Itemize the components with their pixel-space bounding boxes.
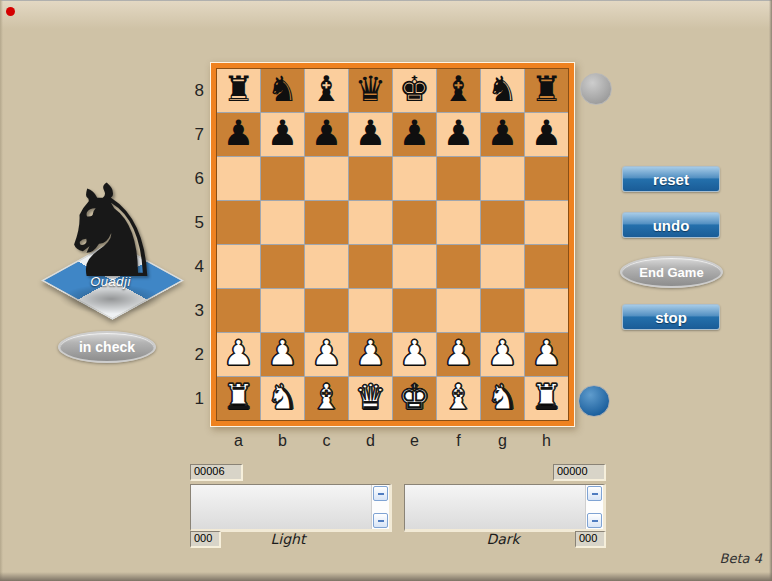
square-c6[interactable] bbox=[305, 157, 348, 200]
scroll-down-button[interactable] bbox=[587, 513, 602, 528]
red-marker-dot bbox=[6, 7, 15, 16]
square-h3[interactable] bbox=[525, 289, 568, 332]
square-e8[interactable]: ♚ bbox=[393, 69, 436, 112]
square-e7[interactable]: ♟ bbox=[393, 113, 436, 156]
reset-button[interactable]: reset bbox=[622, 166, 720, 192]
square-e1[interactable]: ♚ bbox=[393, 377, 436, 420]
dark-moves-scrollbar[interactable] bbox=[585, 485, 603, 529]
beta-version-label: Beta 4 bbox=[690, 551, 762, 566]
square-d4[interactable] bbox=[349, 245, 392, 288]
black-pawn: ♟ bbox=[267, 116, 298, 151]
square-d1[interactable]: ♛ bbox=[349, 377, 392, 420]
white-pawn: ♟ bbox=[399, 336, 430, 371]
square-c7[interactable]: ♟ bbox=[305, 113, 348, 156]
light-label: Light bbox=[238, 531, 338, 547]
app-window: ♞ Ouadji in check 87654321 ♜♞♝♛♚♝♞♜♟♟♟♟♟… bbox=[0, 0, 772, 581]
scroll-up-button[interactable] bbox=[373, 486, 388, 501]
board-frame: ♜♞♝♛♚♝♞♜♟♟♟♟♟♟♟♟♟♟♟♟♟♟♟♟♜♞♝♛♚♝♞♜ bbox=[210, 62, 575, 427]
square-f5[interactable] bbox=[437, 201, 480, 244]
square-d2[interactable]: ♟ bbox=[349, 333, 392, 376]
file-labels: abcdefgh bbox=[217, 431, 568, 451]
square-b6[interactable] bbox=[261, 157, 304, 200]
rank-label-6: 6 bbox=[182, 157, 204, 200]
black-rook: ♜ bbox=[531, 72, 562, 107]
square-b4[interactable] bbox=[261, 245, 304, 288]
black-knight: ♞ bbox=[487, 72, 518, 107]
scroll-up-button[interactable] bbox=[587, 486, 602, 501]
dark-counter-field[interactable]: 00000 bbox=[553, 464, 606, 481]
square-g3[interactable] bbox=[481, 289, 524, 332]
square-h1[interactable]: ♜ bbox=[525, 377, 568, 420]
white-pawn: ♟ bbox=[487, 336, 518, 371]
file-label-e: e bbox=[393, 431, 436, 451]
file-label-c: c bbox=[305, 431, 348, 451]
file-label-g: g bbox=[481, 431, 524, 451]
board-grid: ♜♞♝♛♚♝♞♜♟♟♟♟♟♟♟♟♟♟♟♟♟♟♟♟♜♞♝♛♚♝♞♜ bbox=[217, 69, 568, 420]
square-a4[interactable] bbox=[217, 245, 260, 288]
square-b3[interactable] bbox=[261, 289, 304, 332]
black-pawn: ♟ bbox=[311, 116, 342, 151]
square-f6[interactable] bbox=[437, 157, 480, 200]
black-pawn: ♟ bbox=[399, 116, 430, 151]
white-pawn: ♟ bbox=[223, 336, 254, 371]
window-top-highlight bbox=[0, 0, 772, 29]
square-h4[interactable] bbox=[525, 245, 568, 288]
square-e5[interactable] bbox=[393, 201, 436, 244]
file-label-a: a bbox=[217, 431, 260, 451]
white-rook: ♜ bbox=[223, 380, 254, 415]
app-logo: ♞ Ouadji bbox=[38, 192, 183, 327]
end-game-button[interactable]: End Game bbox=[620, 256, 723, 288]
square-a8[interactable]: ♜ bbox=[217, 69, 260, 112]
scroll-up-icon bbox=[378, 493, 384, 495]
square-c1[interactable]: ♝ bbox=[305, 377, 348, 420]
square-g4[interactable] bbox=[481, 245, 524, 288]
window-left-edge bbox=[0, 0, 3, 581]
black-pawn: ♟ bbox=[355, 116, 386, 151]
light-counter-field[interactable]: 00006 bbox=[190, 464, 243, 481]
light-score-field[interactable]: 000 bbox=[190, 531, 221, 548]
white-king: ♚ bbox=[399, 380, 430, 415]
rank-label-5: 5 bbox=[182, 201, 204, 244]
square-a3[interactable] bbox=[217, 289, 260, 332]
square-g1[interactable]: ♞ bbox=[481, 377, 524, 420]
brand-label: Ouadji bbox=[38, 274, 183, 289]
light-moves-scrollbar[interactable] bbox=[371, 485, 389, 529]
square-c3[interactable] bbox=[305, 289, 348, 332]
square-f8[interactable]: ♝ bbox=[437, 69, 480, 112]
white-bishop: ♝ bbox=[443, 380, 474, 415]
white-knight: ♞ bbox=[267, 380, 298, 415]
black-rook: ♜ bbox=[223, 72, 254, 107]
white-pawn: ♟ bbox=[311, 336, 342, 371]
square-g6[interactable] bbox=[481, 157, 524, 200]
white-pawn: ♟ bbox=[267, 336, 298, 371]
in-check-button[interactable]: in check bbox=[58, 331, 156, 363]
rank-label-2: 2 bbox=[182, 333, 204, 376]
square-g8[interactable]: ♞ bbox=[481, 69, 524, 112]
square-b8[interactable]: ♞ bbox=[261, 69, 304, 112]
undo-button[interactable]: undo bbox=[622, 212, 720, 238]
square-g7[interactable]: ♟ bbox=[481, 113, 524, 156]
square-e2[interactable]: ♟ bbox=[393, 333, 436, 376]
square-b1[interactable]: ♞ bbox=[261, 377, 304, 420]
square-a6[interactable] bbox=[217, 157, 260, 200]
black-pawn: ♟ bbox=[487, 116, 518, 151]
square-d5[interactable] bbox=[349, 201, 392, 244]
dark-moves-list[interactable] bbox=[404, 484, 606, 532]
square-c2[interactable]: ♟ bbox=[305, 333, 348, 376]
white-rook: ♜ bbox=[531, 380, 562, 415]
white-bishop: ♝ bbox=[311, 380, 342, 415]
square-f3[interactable] bbox=[437, 289, 480, 332]
black-knight: ♞ bbox=[267, 72, 298, 107]
square-c8[interactable]: ♝ bbox=[305, 69, 348, 112]
square-c4[interactable] bbox=[305, 245, 348, 288]
square-g2[interactable]: ♟ bbox=[481, 333, 524, 376]
square-a5[interactable] bbox=[217, 201, 260, 244]
square-b5[interactable] bbox=[261, 201, 304, 244]
square-e3[interactable] bbox=[393, 289, 436, 332]
window-bottom-edge bbox=[0, 572, 772, 581]
black-pawn: ♟ bbox=[223, 116, 254, 151]
white-pawn: ♟ bbox=[443, 336, 474, 371]
dark-label: Dark bbox=[453, 531, 553, 547]
square-a7[interactable]: ♟ bbox=[217, 113, 260, 156]
white-pawn: ♟ bbox=[355, 336, 386, 371]
white-queen: ♛ bbox=[355, 380, 386, 415]
square-f1[interactable]: ♝ bbox=[437, 377, 480, 420]
square-f2[interactable]: ♟ bbox=[437, 333, 480, 376]
square-a2[interactable]: ♟ bbox=[217, 333, 260, 376]
square-f7[interactable]: ♟ bbox=[437, 113, 480, 156]
black-bishop: ♝ bbox=[443, 72, 474, 107]
black-bishop: ♝ bbox=[311, 72, 342, 107]
square-d6[interactable] bbox=[349, 157, 392, 200]
rank-label-8: 8 bbox=[182, 69, 204, 112]
square-d3[interactable] bbox=[349, 289, 392, 332]
rank-label-7: 7 bbox=[182, 113, 204, 156]
board-inner-border: ♜♞♝♛♚♝♞♜♟♟♟♟♟♟♟♟♟♟♟♟♟♟♟♟♜♞♝♛♚♝♞♜ bbox=[216, 68, 569, 421]
square-d7[interactable]: ♟ bbox=[349, 113, 392, 156]
white-knight: ♞ bbox=[487, 380, 518, 415]
file-label-h: h bbox=[525, 431, 568, 451]
square-h5[interactable] bbox=[525, 201, 568, 244]
square-h6[interactable] bbox=[525, 157, 568, 200]
square-c5[interactable] bbox=[305, 201, 348, 244]
scroll-down-icon bbox=[378, 520, 384, 522]
square-h2[interactable]: ♟ bbox=[525, 333, 568, 376]
stop-button[interactable]: stop bbox=[622, 304, 720, 330]
rank-labels: 87654321 bbox=[182, 69, 204, 420]
black-pawn: ♟ bbox=[443, 116, 474, 151]
black-queen: ♛ bbox=[355, 72, 386, 107]
dark-score-field[interactable]: 000 bbox=[575, 531, 606, 548]
square-f4[interactable] bbox=[437, 245, 480, 288]
scroll-down-icon bbox=[592, 520, 598, 522]
square-e4[interactable] bbox=[393, 245, 436, 288]
black-pawn: ♟ bbox=[531, 116, 562, 151]
white-pawn: ♟ bbox=[531, 336, 562, 371]
square-b2[interactable]: ♟ bbox=[261, 333, 304, 376]
light-moves-list[interactable] bbox=[190, 484, 392, 532]
scroll-down-button[interactable] bbox=[373, 513, 388, 528]
file-label-b: b bbox=[261, 431, 304, 451]
scroll-up-icon bbox=[592, 493, 598, 495]
square-h7[interactable]: ♟ bbox=[525, 113, 568, 156]
rank-label-4: 4 bbox=[182, 245, 204, 288]
square-h8[interactable]: ♜ bbox=[525, 69, 568, 112]
file-label-f: f bbox=[437, 431, 480, 451]
black-king: ♚ bbox=[399, 72, 430, 107]
file-label-d: d bbox=[349, 431, 392, 451]
light-side-indicator-led bbox=[578, 385, 610, 417]
square-b7[interactable]: ♟ bbox=[261, 113, 304, 156]
square-a1[interactable]: ♜ bbox=[217, 377, 260, 420]
square-g5[interactable] bbox=[481, 201, 524, 244]
dark-side-indicator-led bbox=[580, 73, 612, 105]
rank-label-1: 1 bbox=[182, 377, 204, 420]
square-d8[interactable]: ♛ bbox=[349, 69, 392, 112]
square-e6[interactable] bbox=[393, 157, 436, 200]
rank-label-3: 3 bbox=[182, 289, 204, 332]
